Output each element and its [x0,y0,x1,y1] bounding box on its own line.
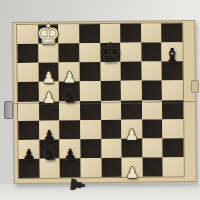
piece-black-bishop-h7[interactable]: ♝ [163,45,181,65]
square-h1[interactable] [163,157,184,176]
square-b8[interactable]: ♚ [38,24,59,43]
square-f7[interactable] [121,43,142,62]
square-a6[interactable] [18,63,39,82]
square-d8[interactable] [79,24,100,43]
square-a8[interactable] [17,25,38,44]
piece-black-knight-c5[interactable]: ♞ [61,86,78,105]
piece-black-knight-b2[interactable]: ♞ [41,143,58,162]
square-e1[interactable] [101,158,122,177]
piece-black-pawn-c2[interactable]: ♟ [63,147,77,162]
square-b6[interactable]: ♟ [38,63,59,82]
square-g4[interactable] [142,100,163,119]
square-d3[interactable] [80,120,101,139]
square-h7[interactable]: ♝ [162,42,183,61]
square-a7[interactable] [17,44,38,63]
piece-white-pawn-f3[interactable]: ♟ [125,127,139,142]
photo-scene: ♚♚♝♟♟♟♞♟♟♟♞♟♟ ♟ [0,0,200,200]
square-f3[interactable]: ♟ [121,119,142,138]
piece-white-pawn-f1[interactable]: ♟ [125,166,139,181]
square-d6[interactable] [79,62,100,81]
square-d4[interactable] [80,101,101,120]
square-d1[interactable] [80,158,101,177]
square-g3[interactable] [142,119,163,138]
square-a5[interactable] [18,82,39,101]
square-e2[interactable] [101,139,122,158]
square-c2[interactable]: ♟ [60,139,81,158]
square-h8[interactable] [162,23,183,42]
square-f4[interactable] [121,100,142,119]
piece-white-king-b8[interactable]: ♚ [36,21,61,48]
square-c5[interactable]: ♞ [59,82,80,101]
square-h2[interactable] [163,138,184,157]
square-g2[interactable] [142,138,163,157]
square-b2[interactable]: ♞ [39,139,60,158]
chess-board: ♚♚♝♟♟♟♞♟♟♟♞♟♟ [12,20,197,184]
table-surface [0,184,200,200]
captured-piece-offboard[interactable]: ♟ [68,176,88,200]
square-f5[interactable] [121,81,142,100]
square-e7[interactable]: ♚ [100,43,121,62]
square-g6[interactable] [141,62,162,81]
board-grid: ♚♚♝♟♟♟♞♟♟♟♞♟♟ [17,23,184,178]
square-f8[interactable] [120,24,141,43]
square-e5[interactable] [100,81,121,100]
piece-white-pawn-b5[interactable]: ♟ [42,90,56,105]
square-a4[interactable] [18,101,39,120]
square-a2[interactable]: ♟ [18,139,39,158]
square-h4[interactable] [162,100,183,119]
square-e3[interactable] [101,119,122,138]
square-f1[interactable]: ♟ [122,157,143,176]
piece-black-pawn-a2[interactable]: ♟ [22,148,36,163]
square-d5[interactable] [80,81,101,100]
square-g1[interactable] [142,157,163,176]
piece-black-king-e7[interactable]: ♚ [98,39,123,66]
square-c8[interactable] [58,24,79,43]
square-c7[interactable] [59,43,80,62]
square-h3[interactable] [163,119,184,138]
square-b3[interactable]: ♟ [39,120,60,139]
square-e4[interactable] [100,100,121,119]
piece-white-pawn-b6[interactable]: ♟ [42,71,56,86]
square-f6[interactable] [121,62,142,81]
square-c6[interactable]: ♟ [59,63,80,82]
board-clasp-icon [191,80,199,93]
square-a3[interactable] [18,120,39,139]
square-g8[interactable] [141,23,162,42]
square-g5[interactable] [142,81,163,100]
square-h5[interactable] [162,81,183,100]
square-g7[interactable] [141,43,162,62]
square-d7[interactable] [79,43,100,62]
board-hinge-icon [4,101,13,119]
square-c3[interactable] [59,120,80,139]
square-d2[interactable] [80,139,101,158]
